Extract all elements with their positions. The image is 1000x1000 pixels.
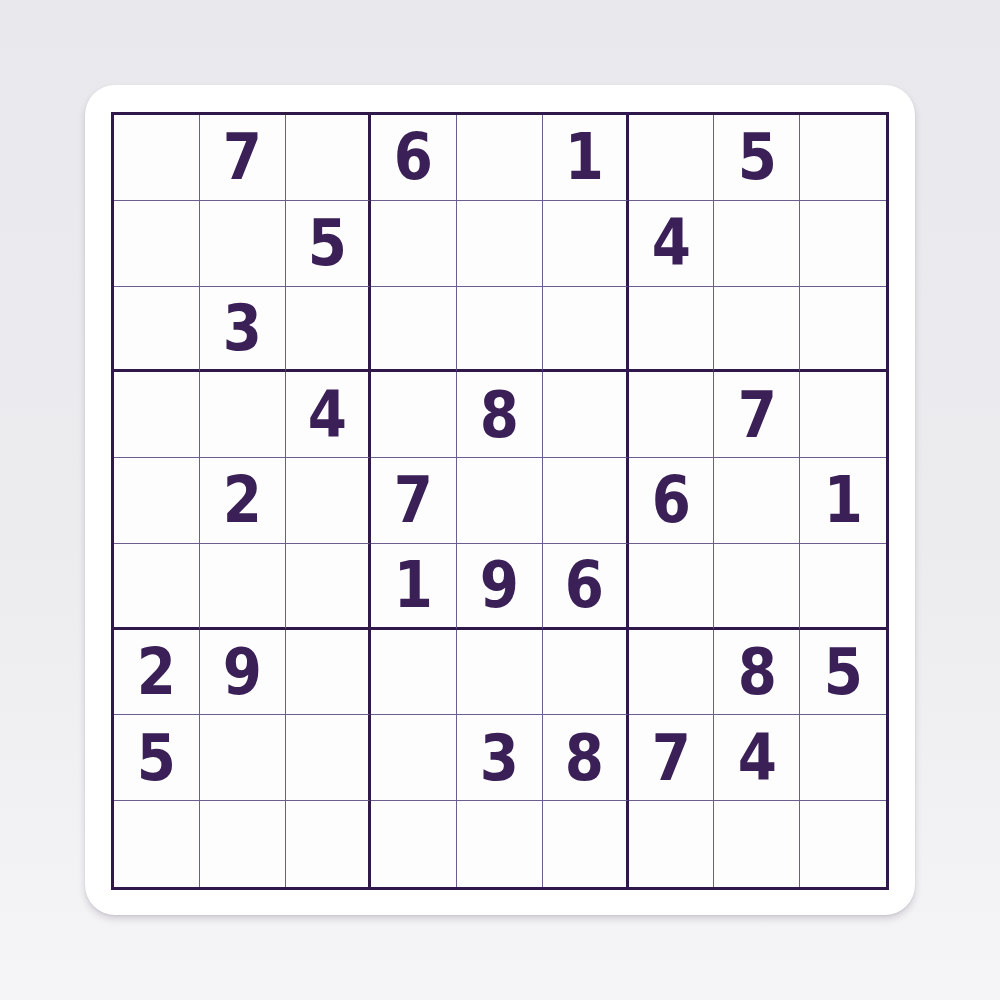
cell-r6c2[interactable] [200, 544, 286, 630]
given-digit: 7 [223, 125, 262, 189]
cell-r1c7[interactable] [629, 115, 715, 201]
cell-r5c9: 1 [800, 458, 886, 544]
cell-r6c5: 9 [457, 544, 543, 630]
cell-r5c6[interactable] [543, 458, 629, 544]
cell-r8c6: 8 [543, 715, 629, 801]
cell-r3c8[interactable] [714, 287, 800, 373]
given-digit: 3 [480, 726, 519, 790]
cell-r3c4[interactable] [371, 287, 457, 373]
cell-r1c4: 6 [371, 115, 457, 201]
given-digit: 4 [737, 726, 776, 790]
cell-r8c9[interactable] [800, 715, 886, 801]
given-digit: 4 [307, 383, 346, 447]
cell-r2c9[interactable] [800, 201, 886, 287]
cell-r6c9[interactable] [800, 544, 886, 630]
cell-r5c2: 2 [200, 458, 286, 544]
given-digit: 6 [651, 468, 690, 532]
cell-r7c1: 2 [114, 630, 200, 716]
given-digit: 7 [651, 726, 690, 790]
cell-r1c1[interactable] [114, 115, 200, 201]
cell-r6c1[interactable] [114, 544, 200, 630]
cell-r5c1[interactable] [114, 458, 200, 544]
cell-r3c2: 3 [200, 287, 286, 373]
cell-r6c4: 1 [371, 544, 457, 630]
cell-r5c8[interactable] [714, 458, 800, 544]
cell-r6c6: 6 [543, 544, 629, 630]
page-background: { "game": "sudoku", "position": ".7.6.1.… [0, 0, 1000, 1000]
cell-r7c3[interactable] [286, 630, 372, 716]
given-digit: 2 [137, 640, 176, 704]
cell-r4c2[interactable] [200, 372, 286, 458]
cell-r7c9: 5 [800, 630, 886, 716]
sudoku-board: 76155434872761196298553874 [111, 112, 889, 890]
cell-r1c5[interactable] [457, 115, 543, 201]
cell-r4c5: 8 [457, 372, 543, 458]
cell-r5c7: 6 [629, 458, 715, 544]
cell-r4c3: 4 [286, 372, 372, 458]
given-digit: 8 [565, 726, 604, 790]
given-digit: 1 [824, 468, 863, 532]
cell-r2c1[interactable] [114, 201, 200, 287]
cell-r8c7: 7 [629, 715, 715, 801]
cell-r9c9[interactable] [800, 801, 886, 887]
cell-r4c6[interactable] [543, 372, 629, 458]
given-digit: 2 [223, 468, 262, 532]
given-digit: 8 [480, 383, 519, 447]
cell-r9c3[interactable] [286, 801, 372, 887]
cell-r3c6[interactable] [543, 287, 629, 373]
cell-r9c4[interactable] [371, 801, 457, 887]
cell-r7c8: 8 [714, 630, 800, 716]
cell-r6c8[interactable] [714, 544, 800, 630]
cell-r1c8: 5 [714, 115, 800, 201]
cell-r7c2: 9 [200, 630, 286, 716]
cell-r6c7[interactable] [629, 544, 715, 630]
given-digit: 9 [223, 640, 262, 704]
given-digit: 3 [223, 296, 262, 360]
cell-r3c1[interactable] [114, 287, 200, 373]
cell-r7c5[interactable] [457, 630, 543, 716]
cell-r9c5[interactable] [457, 801, 543, 887]
cell-r7c6[interactable] [543, 630, 629, 716]
cell-r1c9[interactable] [800, 115, 886, 201]
cell-r8c4[interactable] [371, 715, 457, 801]
given-digit: 5 [824, 640, 863, 704]
cell-r3c7[interactable] [629, 287, 715, 373]
cell-r8c2[interactable] [200, 715, 286, 801]
cell-r3c3[interactable] [286, 287, 372, 373]
given-digit: 5 [137, 726, 176, 790]
given-digit: 9 [480, 553, 519, 617]
cell-r1c3[interactable] [286, 115, 372, 201]
sudoku-sticker: 76155434872761196298553874 [85, 85, 915, 915]
cell-r8c8: 4 [714, 715, 800, 801]
given-digit: 4 [651, 211, 690, 275]
cell-r5c4: 7 [371, 458, 457, 544]
cell-r4c1[interactable] [114, 372, 200, 458]
given-digit: 1 [565, 125, 604, 189]
given-digit: 5 [307, 211, 346, 275]
cell-r2c8[interactable] [714, 201, 800, 287]
cell-r4c7[interactable] [629, 372, 715, 458]
cell-r3c5[interactable] [457, 287, 543, 373]
cell-r7c7[interactable] [629, 630, 715, 716]
cell-r9c1[interactable] [114, 801, 200, 887]
cell-r2c2[interactable] [200, 201, 286, 287]
given-digit: 5 [737, 125, 776, 189]
cell-r5c5[interactable] [457, 458, 543, 544]
cell-r7c4[interactable] [371, 630, 457, 716]
cell-r4c4[interactable] [371, 372, 457, 458]
cell-r9c8[interactable] [714, 801, 800, 887]
cell-r8c1: 5 [114, 715, 200, 801]
cell-r2c7: 4 [629, 201, 715, 287]
cell-r9c2[interactable] [200, 801, 286, 887]
cell-r1c2: 7 [200, 115, 286, 201]
cell-r2c3: 5 [286, 201, 372, 287]
cell-r2c6[interactable] [543, 201, 629, 287]
given-digit: 1 [394, 553, 433, 617]
cell-r9c7[interactable] [629, 801, 715, 887]
cell-r8c3[interactable] [286, 715, 372, 801]
cell-r2c4[interactable] [371, 201, 457, 287]
cell-r1c6: 1 [543, 115, 629, 201]
given-digit: 8 [737, 640, 776, 704]
cell-r5c3[interactable] [286, 458, 372, 544]
given-digit: 6 [565, 553, 604, 617]
given-digit: 7 [737, 383, 776, 447]
cell-r2c5[interactable] [457, 201, 543, 287]
cell-r8c5: 3 [457, 715, 543, 801]
cell-r4c9[interactable] [800, 372, 886, 458]
given-digit: 7 [394, 468, 433, 532]
cell-r4c8: 7 [714, 372, 800, 458]
cell-r3c9[interactable] [800, 287, 886, 373]
cell-r6c3[interactable] [286, 544, 372, 630]
given-digit: 6 [394, 125, 433, 189]
cell-r9c6[interactable] [543, 801, 629, 887]
